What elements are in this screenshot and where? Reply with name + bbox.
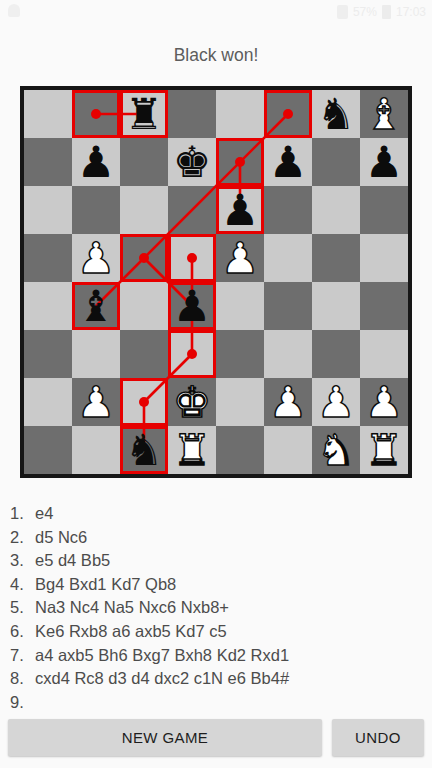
move-number: 8. — [10, 667, 35, 691]
move-number: 3. — [10, 549, 35, 573]
move-san — [35, 691, 426, 715]
move-number: 7. — [10, 644, 35, 668]
move-row-1: 1.e4 — [10, 502, 426, 526]
square-c3[interactable] — [120, 330, 168, 378]
move-san: e4 — [35, 502, 426, 526]
move-row-8: 8.cxd4 Rc8 d3 d4 dxc2 c1N e6 Bb4# — [10, 667, 426, 691]
undo-button[interactable]: UNDO — [332, 719, 424, 756]
square-f1[interactable] — [264, 426, 312, 474]
square-g4[interactable] — [312, 282, 360, 330]
square-c5[interactable] — [120, 234, 168, 282]
move-row-6: 6.Ke6 Rxb8 a6 axb5 Kd7 c5 — [10, 620, 426, 644]
square-b8[interactable] — [72, 90, 120, 138]
square-a4[interactable] — [24, 282, 72, 330]
new-game-button[interactable]: NEW GAME — [8, 719, 322, 756]
move-row-5: 5.Na3 Nc4 Na5 Nxc6 Nxb8+ — [10, 596, 426, 620]
move-san: Ke6 Rxb8 a6 axb5 Kd7 c5 — [35, 620, 426, 644]
square-g5[interactable] — [312, 234, 360, 282]
square-c4[interactable] — [120, 282, 168, 330]
square-h5[interactable] — [360, 234, 408, 282]
bottom-button-bar: NEW GAME UNDO — [8, 719, 424, 756]
piece-black-bishop-b4[interactable]: ♝ — [72, 282, 120, 330]
square-a7[interactable] — [24, 138, 72, 186]
square-c6[interactable] — [120, 186, 168, 234]
piece-black-pawn-f7[interactable]: ♟ — [264, 138, 312, 186]
move-row-4: 4.Bg4 Bxd1 Kd7 Qb8 — [10, 573, 426, 597]
square-h3[interactable] — [360, 330, 408, 378]
notification-bell-icon — [8, 4, 20, 17]
piece-white-rook-h1[interactable]: ♜ — [360, 426, 408, 474]
game-result-title: Black won! — [174, 45, 259, 66]
square-a1[interactable] — [24, 426, 72, 474]
square-h6[interactable] — [360, 186, 408, 234]
move-san: Na3 Nc4 Na5 Nxc6 Nxb8+ — [35, 596, 426, 620]
square-b3[interactable] — [72, 330, 120, 378]
clock-text: 17:03 — [396, 4, 426, 20]
piece-white-pawn-f2[interactable]: ♟ — [264, 378, 312, 426]
square-d5[interactable] — [168, 234, 216, 282]
move-row-9: 9. — [10, 691, 426, 715]
piece-black-king-d7[interactable]: ♚ — [168, 138, 216, 186]
piece-black-knight-c1[interactable]: ♞ — [120, 426, 168, 474]
piece-white-pawn-b5[interactable]: ♟ — [72, 234, 120, 282]
piece-black-pawn-e6[interactable]: ♟ — [216, 186, 264, 234]
move-san: e5 d4 Bb5 — [35, 549, 426, 573]
square-b1[interactable] — [72, 426, 120, 474]
square-f5[interactable] — [264, 234, 312, 282]
move-row-7: 7.a4 axb5 Bh6 Bxg7 Bxh8 Kd2 Rxd1 — [10, 644, 426, 668]
move-list: 1.e42.d5 Nc63.e5 d4 Bb54.Bg4 Bxd1 Kd7 Qb… — [10, 502, 426, 714]
battery-icon — [382, 5, 391, 19]
square-a6[interactable] — [24, 186, 72, 234]
square-a5[interactable] — [24, 234, 72, 282]
move-san: a4 axb5 Bh6 Bxg7 Bxh8 Kd2 Rxd1 — [35, 644, 426, 668]
move-number: 1. — [10, 502, 35, 526]
square-f4[interactable] — [264, 282, 312, 330]
square-c2[interactable] — [120, 378, 168, 426]
square-g7[interactable] — [312, 138, 360, 186]
square-e7[interactable] — [216, 138, 264, 186]
square-a3[interactable] — [24, 330, 72, 378]
square-e8[interactable] — [216, 90, 264, 138]
square-b6[interactable] — [72, 186, 120, 234]
move-number: 6. — [10, 620, 35, 644]
piece-black-pawn-b7[interactable]: ♟ — [72, 138, 120, 186]
square-f6[interactable] — [264, 186, 312, 234]
square-f3[interactable] — [264, 330, 312, 378]
square-c7[interactable] — [120, 138, 168, 186]
piece-white-king-d2[interactable]: ♚ — [168, 378, 216, 426]
square-e4[interactable] — [216, 282, 264, 330]
move-row-2: 2.d5 Nc6 — [10, 526, 426, 550]
square-a8[interactable] — [24, 90, 72, 138]
piece-black-knight-g8[interactable]: ♞ — [312, 90, 360, 138]
square-h4[interactable] — [360, 282, 408, 330]
piece-black-pawn-d4[interactable]: ♟ — [168, 282, 216, 330]
piece-white-pawn-e5[interactable]: ♟ — [216, 234, 264, 282]
battery-percent-text: 57% — [353, 4, 377, 20]
square-g3[interactable] — [312, 330, 360, 378]
move-row-3: 3.e5 d4 Bb5 — [10, 549, 426, 573]
move-san: d5 Nc6 — [35, 526, 426, 550]
square-d8[interactable] — [168, 90, 216, 138]
square-d3[interactable] — [168, 330, 216, 378]
piece-white-pawn-b2[interactable]: ♟ — [72, 378, 120, 426]
piece-white-knight-g1[interactable]: ♞ — [312, 426, 360, 474]
square-d6[interactable] — [168, 186, 216, 234]
piece-white-pawn-h2[interactable]: ♟ — [360, 378, 408, 426]
vibrate-icon — [337, 5, 348, 19]
square-a2[interactable] — [24, 378, 72, 426]
square-e3[interactable] — [216, 330, 264, 378]
piece-black-rook-c8[interactable]: ♜ — [120, 90, 168, 138]
title-bar: Black won! — [0, 24, 432, 86]
piece-black-pawn-h7[interactable]: ♟ — [360, 138, 408, 186]
square-g6[interactable] — [312, 186, 360, 234]
status-bar: 57% 17:03 — [0, 0, 432, 24]
move-number: 4. — [10, 573, 35, 597]
move-san: cxd4 Rc8 d3 d4 dxc2 c1N e6 Bb4# — [35, 667, 426, 691]
move-number: 2. — [10, 526, 35, 550]
piece-white-rook-d1[interactable]: ♜ — [168, 426, 216, 474]
square-f8[interactable] — [264, 90, 312, 138]
chess-board[interactable]: ♜♞♝♟♚♟♟♟♟♟♝♟♟♚♟♟♟♞♜♞♜ — [20, 86, 412, 478]
move-san: Bg4 Bxd1 Kd7 Qb8 — [35, 573, 426, 597]
piece-white-pawn-g2[interactable]: ♟ — [312, 378, 360, 426]
piece-white-bishop-h8[interactable]: ♝ — [360, 90, 408, 138]
move-number: 9. — [10, 691, 35, 715]
square-e1[interactable] — [216, 426, 264, 474]
square-e2[interactable] — [216, 378, 264, 426]
move-number: 5. — [10, 596, 35, 620]
